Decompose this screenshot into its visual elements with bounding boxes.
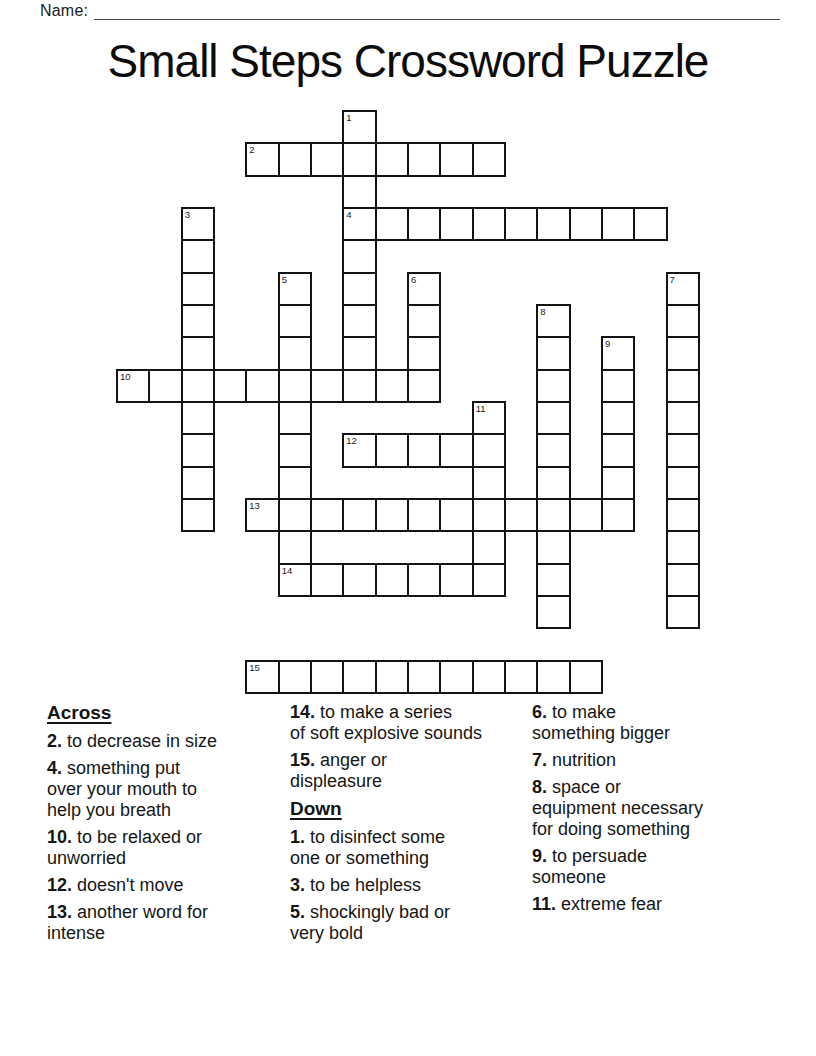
cell-r1-c7[interactable] (342, 142, 376, 176)
cell-r3-c8[interactable] (375, 207, 409, 241)
cell-r10-c10[interactable] (439, 433, 473, 467)
cell-r17-c5[interactable] (278, 660, 312, 694)
clue-number-label: 14. (290, 702, 315, 722)
down-heading: Down (290, 798, 532, 820)
cell-r11-c13[interactable] (536, 466, 570, 500)
cell-r12-c4[interactable]: 13 (245, 498, 279, 532)
cell-r14-c5[interactable]: 14 (278, 563, 312, 597)
cell-r8-c4[interactable] (245, 369, 279, 403)
clue-number-label: 6. (532, 702, 547, 722)
crossword-grid: 123456789101112131415 (116, 110, 700, 694)
cell-r5-c17[interactable]: 7 (666, 272, 700, 306)
cell-r3-c11[interactable] (472, 207, 506, 241)
cell-r11-c5[interactable] (278, 466, 312, 500)
crossword-page: { "game": "crossword", "title": "Small S… (0, 0, 816, 1056)
clue-number-12: 12 (346, 435, 357, 446)
cell-r8-c0[interactable]: 10 (116, 369, 150, 403)
cell-r12-c6[interactable] (310, 498, 344, 532)
cell-r8-c17[interactable] (666, 369, 700, 403)
cell-r9-c5[interactable] (278, 401, 312, 435)
clue-number-4: 4 (346, 209, 351, 220)
cell-r14-c17[interactable] (666, 563, 700, 597)
cell-r12-c5[interactable] (278, 498, 312, 532)
cell-r15-c13[interactable] (536, 595, 570, 629)
clue-6: 6. to make something bigger (532, 702, 784, 744)
clue-number-label: 8. (532, 777, 547, 797)
cell-r17-c11[interactable] (472, 660, 506, 694)
cell-r7-c17[interactable] (666, 336, 700, 370)
cell-r9-c11[interactable]: 11 (472, 401, 506, 435)
clue-number-9: 9 (605, 338, 610, 349)
clue-5: 5. shockingly bad or very bold (290, 902, 532, 944)
clues-column-3: 6. to make something bigger7. nutrition8… (532, 702, 784, 921)
cell-r17-c9[interactable] (407, 660, 441, 694)
clue-9: 9. to persuade someone (532, 846, 784, 888)
cell-r6-c2[interactable] (181, 304, 215, 338)
cell-r1-c8[interactable] (375, 142, 409, 176)
cell-r12-c15[interactable] (601, 498, 635, 532)
cell-r13-c11[interactable] (472, 530, 506, 564)
cell-r12-c13[interactable] (536, 498, 570, 532)
cell-r6-c13[interactable]: 8 (536, 304, 570, 338)
clue-14: 14. to make a series of soft explosive s… (290, 702, 532, 744)
clue-number-10: 10 (120, 371, 131, 382)
clue-12: 12. doesn't move (47, 875, 285, 896)
cell-r8-c1[interactable] (148, 369, 182, 403)
cell-r3-c13[interactable] (536, 207, 570, 241)
cell-r3-c10[interactable] (439, 207, 473, 241)
cell-r8-c9[interactable] (407, 369, 441, 403)
cell-r5-c5[interactable]: 5 (278, 272, 312, 306)
cell-r0-c7[interactable]: 1 (342, 110, 376, 144)
clue-10: 10. to be relaxed or unworried (47, 827, 285, 869)
cell-r3-c7[interactable]: 4 (342, 207, 376, 241)
clue-number-label: 1. (290, 827, 305, 847)
cell-r17-c7[interactable] (342, 660, 376, 694)
name-row: Name: (40, 2, 780, 20)
cell-r8-c13[interactable] (536, 369, 570, 403)
cell-r6-c9[interactable] (407, 304, 441, 338)
cell-r14-c9[interactable] (407, 563, 441, 597)
cell-r10-c8[interactable] (375, 433, 409, 467)
cell-r9-c17[interactable] (666, 401, 700, 435)
cell-r17-c4[interactable]: 15 (245, 660, 279, 694)
clue-number-label: 7. (532, 750, 547, 770)
clue-number-label: 5. (290, 902, 305, 922)
clues-column-2: 14. to make a series of soft explosive s… (290, 702, 532, 950)
cell-r1-c11[interactable] (472, 142, 506, 176)
cell-r6-c5[interactable] (278, 304, 312, 338)
cell-r1-c5[interactable] (278, 142, 312, 176)
cell-r7-c2[interactable] (181, 336, 215, 370)
cell-r1-c4[interactable]: 2 (245, 142, 279, 176)
clue-number-label: 9. (532, 846, 547, 866)
cell-r8-c8[interactable] (375, 369, 409, 403)
clue-number-6: 6 (411, 274, 416, 285)
cell-r14-c8[interactable] (375, 563, 409, 597)
cell-r6-c7[interactable] (342, 304, 376, 338)
clue-13: 13. another word for intense (47, 902, 285, 944)
clue-2: 2. to decrease in size (47, 731, 285, 752)
cell-r9-c15[interactable] (601, 401, 635, 435)
cell-r12-c8[interactable] (375, 498, 409, 532)
clue-number-label: 2. (47, 731, 62, 751)
cell-r7-c7[interactable] (342, 336, 376, 370)
cell-r12-c11[interactable] (472, 498, 506, 532)
clue-number-label: 13. (47, 902, 72, 922)
cell-r17-c14[interactable] (569, 660, 603, 694)
cell-r14-c6[interactable] (310, 563, 344, 597)
cell-r12-c2[interactable] (181, 498, 215, 532)
cell-r10-c17[interactable] (666, 433, 700, 467)
cell-r13-c5[interactable] (278, 530, 312, 564)
cell-r3-c2[interactable]: 3 (181, 207, 215, 241)
name-fill-in-line[interactable] (94, 2, 780, 20)
cell-r17-c8[interactable] (375, 660, 409, 694)
page-title: Small Steps Crossword Puzzle (0, 34, 816, 88)
clue-11: 11. extreme fear (532, 894, 784, 915)
cell-r14-c7[interactable] (342, 563, 376, 597)
cell-r10-c13[interactable] (536, 433, 570, 467)
cell-r2-c7[interactable] (342, 175, 376, 209)
cell-r3-c15[interactable] (601, 207, 635, 241)
clue-number-11: 11 (476, 403, 486, 414)
cell-r15-c17[interactable] (666, 595, 700, 629)
clue-number-14: 14 (282, 565, 293, 576)
clue-number-label: 4. (47, 758, 62, 778)
cell-r9-c2[interactable] (181, 401, 215, 435)
cell-r7-c13[interactable] (536, 336, 570, 370)
clue-number-7: 7 (670, 274, 675, 285)
clue-number-label: 11. (532, 894, 556, 914)
cell-r11-c17[interactable] (666, 466, 700, 500)
cell-r4-c7[interactable] (342, 239, 376, 273)
cell-r11-c2[interactable] (181, 466, 215, 500)
cell-r3-c12[interactable] (504, 207, 538, 241)
clue-number-3: 3 (185, 209, 190, 220)
cell-r5-c9[interactable]: 6 (407, 272, 441, 306)
cell-r8-c2[interactable] (181, 369, 215, 403)
clue-number-2: 2 (249, 144, 254, 155)
clue-number-label: 3. (290, 875, 305, 895)
cell-r14-c11[interactable] (472, 563, 506, 597)
cell-r17-c10[interactable] (439, 660, 473, 694)
cell-r9-c13[interactable] (536, 401, 570, 435)
name-label: Name: (40, 2, 88, 20)
across-heading: Across (47, 702, 285, 724)
cell-r17-c13[interactable] (536, 660, 570, 694)
cell-r3-c9[interactable] (407, 207, 441, 241)
cell-r8-c5[interactable] (278, 369, 312, 403)
cell-r5-c2[interactable] (181, 272, 215, 306)
clue-1: 1. to disinfect some one or something (290, 827, 532, 869)
clue-number-8: 8 (540, 306, 545, 317)
clue-15: 15. anger or displeasure (290, 750, 532, 792)
cell-r10-c5[interactable] (278, 433, 312, 467)
cell-r12-c7[interactable] (342, 498, 376, 532)
cell-r8-c7[interactable] (342, 369, 376, 403)
clue-3: 3. to be helpless (290, 875, 532, 896)
cell-r17-c12[interactable] (504, 660, 538, 694)
cell-r12-c9[interactable] (407, 498, 441, 532)
cell-r1-c10[interactable] (439, 142, 473, 176)
cell-r12-c14[interactable] (569, 498, 603, 532)
cell-r10-c7[interactable]: 12 (342, 433, 376, 467)
cell-r12-c17[interactable] (666, 498, 700, 532)
cell-r12-c12[interactable] (504, 498, 538, 532)
cell-r7-c5[interactable] (278, 336, 312, 370)
cell-r13-c17[interactable] (666, 530, 700, 564)
clue-7: 7. nutrition (532, 750, 784, 771)
cell-r11-c11[interactable] (472, 466, 506, 500)
clue-number-15: 15 (249, 662, 260, 673)
clue-number-label: 10. (47, 827, 72, 847)
cell-r10-c2[interactable] (181, 433, 215, 467)
clue-number-label: 12. (47, 875, 72, 895)
clue-number-label: 15. (290, 750, 315, 770)
clue-4: 4. something put over your mouth to help… (47, 758, 285, 821)
cell-r6-c17[interactable] (666, 304, 700, 338)
clues-column-1: Across2. to decrease in size4. something… (47, 702, 285, 950)
cell-r1-c6[interactable] (310, 142, 344, 176)
cell-r3-c16[interactable] (633, 207, 667, 241)
cell-r13-c13[interactable] (536, 530, 570, 564)
cell-r3-c14[interactable] (569, 207, 603, 241)
clue-number-13: 13 (249, 500, 260, 511)
cell-r5-c7[interactable] (342, 272, 376, 306)
cell-r12-c10[interactable] (439, 498, 473, 532)
cell-r14-c13[interactable] (536, 563, 570, 597)
cell-r8-c15[interactable] (601, 369, 635, 403)
cell-r8-c3[interactable] (213, 369, 247, 403)
cell-r14-c10[interactable] (439, 563, 473, 597)
cell-r4-c2[interactable] (181, 239, 215, 273)
cell-r11-c15[interactable] (601, 466, 635, 500)
cell-r10-c11[interactable] (472, 433, 506, 467)
cell-r17-c6[interactable] (310, 660, 344, 694)
cell-r10-c15[interactable] (601, 433, 635, 467)
clue-number-5: 5 (282, 274, 287, 285)
cell-r7-c15[interactable]: 9 (601, 336, 635, 370)
cell-r1-c9[interactable] (407, 142, 441, 176)
clue-8: 8. space or equipment necessary for doin… (532, 777, 784, 840)
clue-number-1: 1 (346, 112, 351, 123)
cell-r8-c6[interactable] (310, 369, 344, 403)
cell-r7-c9[interactable] (407, 336, 441, 370)
cell-r10-c9[interactable] (407, 433, 441, 467)
